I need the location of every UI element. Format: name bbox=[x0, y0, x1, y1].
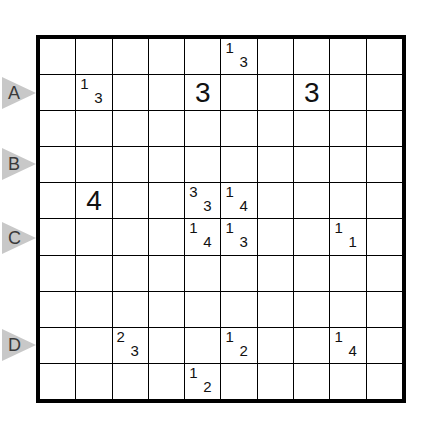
cell-r1c7[interactable] bbox=[258, 39, 293, 74]
clue-digit: 2 bbox=[239, 343, 247, 358]
tapa-clue-r5c6: 14 bbox=[221, 183, 256, 218]
answer-row-marker-a: A bbox=[2, 77, 36, 109]
cell-r8c6[interactable] bbox=[221, 292, 256, 327]
cell-r5c7[interactable] bbox=[258, 183, 293, 218]
clue-digit: 3 bbox=[189, 184, 197, 199]
cell-r9c4[interactable] bbox=[149, 328, 184, 363]
cell-r3c10[interactable] bbox=[367, 111, 402, 146]
cell-r7c9[interactable] bbox=[330, 256, 365, 291]
cell-r2c1[interactable] bbox=[40, 75, 75, 110]
cell-r5c8[interactable] bbox=[294, 183, 329, 218]
cell-r5c3[interactable] bbox=[113, 183, 148, 218]
cell-r7c8[interactable] bbox=[294, 256, 329, 291]
tapa-clue-r2c5: 3 bbox=[185, 75, 220, 110]
cell-r2c9[interactable] bbox=[330, 75, 365, 110]
cell-r4c10[interactable] bbox=[367, 147, 402, 182]
cell-r5c9[interactable] bbox=[330, 183, 365, 218]
cell-r9c2[interactable] bbox=[76, 328, 111, 363]
cell-r10c10[interactable] bbox=[367, 364, 402, 399]
cell-r2c7[interactable] bbox=[258, 75, 293, 110]
cell-r8c8[interactable] bbox=[294, 292, 329, 327]
cell-r3c3[interactable] bbox=[113, 111, 148, 146]
cell-r10c7[interactable] bbox=[258, 364, 293, 399]
cell-r8c4[interactable] bbox=[149, 292, 184, 327]
cell-r8c7[interactable] bbox=[258, 292, 293, 327]
cell-r1c5[interactable] bbox=[185, 39, 220, 74]
tapa-clue-r9c3: 23 bbox=[113, 328, 148, 363]
answer-row-label: D bbox=[8, 336, 21, 354]
cell-r2c10[interactable] bbox=[367, 75, 402, 110]
cell-r4c2[interactable] bbox=[76, 147, 111, 182]
cell-r6c8[interactable] bbox=[294, 219, 329, 254]
cell-r1c8[interactable] bbox=[294, 39, 329, 74]
cell-r10c8[interactable] bbox=[294, 364, 329, 399]
clue-digit: 3 bbox=[203, 198, 211, 213]
tapa-clue-r5c5: 33 bbox=[185, 183, 220, 218]
cell-r8c1[interactable] bbox=[40, 292, 75, 327]
tapa-clue-r5c2: 4 bbox=[76, 183, 111, 218]
tapa-clue-r10c5: 12 bbox=[185, 364, 220, 399]
cell-r7c6[interactable] bbox=[221, 256, 256, 291]
cell-r10c1[interactable] bbox=[40, 364, 75, 399]
cell-r2c6[interactable] bbox=[221, 75, 256, 110]
cell-r4c3[interactable] bbox=[113, 147, 148, 182]
cell-r4c1[interactable] bbox=[40, 147, 75, 182]
cell-r4c6[interactable] bbox=[221, 147, 256, 182]
cell-r3c7[interactable] bbox=[258, 111, 293, 146]
cell-r9c5[interactable] bbox=[185, 328, 220, 363]
cell-r2c4[interactable] bbox=[149, 75, 184, 110]
clue-digit: 1 bbox=[334, 329, 342, 344]
cell-r3c9[interactable] bbox=[330, 111, 365, 146]
cell-r6c7[interactable] bbox=[258, 219, 293, 254]
tapa-puzzle-diagram: A B C D 1313334331414131123121412 bbox=[0, 0, 446, 442]
cell-r2c3[interactable] bbox=[113, 75, 148, 110]
tapa-clue-r6c5: 14 bbox=[185, 219, 220, 254]
clue-digit: 1 bbox=[348, 234, 356, 249]
cell-r10c6[interactable] bbox=[221, 364, 256, 399]
clue-digit: 1 bbox=[225, 220, 233, 235]
cell-r10c4[interactable] bbox=[149, 364, 184, 399]
cell-r9c10[interactable] bbox=[367, 328, 402, 363]
cell-r4c5[interactable] bbox=[185, 147, 220, 182]
cell-r7c2[interactable] bbox=[76, 256, 111, 291]
cell-r8c10[interactable] bbox=[367, 292, 402, 327]
puzzle-grid: 1313334331414131123121412 bbox=[36, 35, 406, 403]
tapa-clue-r6c6: 13 bbox=[221, 219, 256, 254]
clue-digit: 3 bbox=[239, 234, 247, 249]
clue-digit: 3 bbox=[131, 343, 139, 358]
clue-digit: 1 bbox=[189, 220, 197, 235]
cell-r8c2[interactable] bbox=[76, 292, 111, 327]
cell-r5c4[interactable] bbox=[149, 183, 184, 218]
cell-r5c10[interactable] bbox=[367, 183, 402, 218]
clue-digit: 3 bbox=[239, 54, 247, 69]
cell-r9c7[interactable] bbox=[258, 328, 293, 363]
clue-digit: 4 bbox=[239, 198, 247, 213]
cell-r1c1[interactable] bbox=[40, 39, 75, 74]
cell-r3c5[interactable] bbox=[185, 111, 220, 146]
clue-digit: 1 bbox=[334, 220, 342, 235]
cell-r7c10[interactable] bbox=[367, 256, 402, 291]
cell-r10c2[interactable] bbox=[76, 364, 111, 399]
cell-r8c3[interactable] bbox=[113, 292, 148, 327]
answer-row-marker-b: B bbox=[2, 148, 36, 180]
clue-digit: 1 bbox=[225, 329, 233, 344]
cell-r5c1[interactable] bbox=[40, 183, 75, 218]
cell-r7c1[interactable] bbox=[40, 256, 75, 291]
cell-r6c10[interactable] bbox=[367, 219, 402, 254]
cell-r9c1[interactable] bbox=[40, 328, 75, 363]
cell-r1c4[interactable] bbox=[149, 39, 184, 74]
clue-digit: 3 bbox=[185, 75, 220, 110]
cell-r3c2[interactable] bbox=[76, 111, 111, 146]
cell-r9c8[interactable] bbox=[294, 328, 329, 363]
cell-r6c1[interactable] bbox=[40, 219, 75, 254]
clue-digit: 1 bbox=[80, 76, 88, 91]
clue-digit: 1 bbox=[189, 365, 197, 380]
cell-r6c2[interactable] bbox=[76, 219, 111, 254]
cell-r3c8[interactable] bbox=[294, 111, 329, 146]
cell-r4c8[interactable] bbox=[294, 147, 329, 182]
clue-digit: 2 bbox=[117, 329, 125, 344]
clue-digit: 3 bbox=[94, 90, 102, 105]
tapa-clue-r2c8: 3 bbox=[294, 75, 329, 110]
cell-r4c9[interactable] bbox=[330, 147, 365, 182]
tapa-clue-r1c6: 13 bbox=[221, 39, 256, 74]
cell-r6c4[interactable] bbox=[149, 219, 184, 254]
clue-digit: 4 bbox=[76, 183, 111, 218]
tapa-clue-r6c9: 11 bbox=[330, 219, 365, 254]
answer-row-marker-c: C bbox=[2, 222, 36, 254]
cell-r1c3[interactable] bbox=[113, 39, 148, 74]
clue-digit: 2 bbox=[203, 379, 211, 394]
answer-row-label: B bbox=[8, 155, 20, 173]
cell-r4c4[interactable] bbox=[149, 147, 184, 182]
cell-r3c1[interactable] bbox=[40, 111, 75, 146]
tapa-clue-r9c9: 14 bbox=[330, 328, 365, 363]
cell-r6c3[interactable] bbox=[113, 219, 148, 254]
cell-r3c6[interactable] bbox=[221, 111, 256, 146]
answer-row-marker-d: D bbox=[2, 329, 36, 361]
clue-digit: 4 bbox=[348, 343, 356, 358]
cell-r8c9[interactable] bbox=[330, 292, 365, 327]
answer-row-label: A bbox=[8, 84, 20, 102]
cell-r7c4[interactable] bbox=[149, 256, 184, 291]
cell-r10c9[interactable] bbox=[330, 364, 365, 399]
cell-r10c3[interactable] bbox=[113, 364, 148, 399]
clue-digit: 1 bbox=[225, 184, 233, 199]
cell-r1c10[interactable] bbox=[367, 39, 402, 74]
cell-r7c3[interactable] bbox=[113, 256, 148, 291]
clue-digit: 4 bbox=[203, 234, 211, 249]
cell-r8c5[interactable] bbox=[185, 292, 220, 327]
answer-row-label: C bbox=[8, 229, 21, 247]
cell-r1c9[interactable] bbox=[330, 39, 365, 74]
tapa-clue-r9c6: 12 bbox=[221, 328, 256, 363]
cell-r7c5[interactable] bbox=[185, 256, 220, 291]
cell-r3c4[interactable] bbox=[149, 111, 184, 146]
cell-r7c7[interactable] bbox=[258, 256, 293, 291]
clue-digit: 1 bbox=[225, 40, 233, 55]
cell-r4c7[interactable] bbox=[258, 147, 293, 182]
clue-digit: 3 bbox=[294, 75, 329, 110]
cell-r1c2[interactable] bbox=[76, 39, 111, 74]
tapa-clue-r2c2: 13 bbox=[76, 75, 111, 110]
